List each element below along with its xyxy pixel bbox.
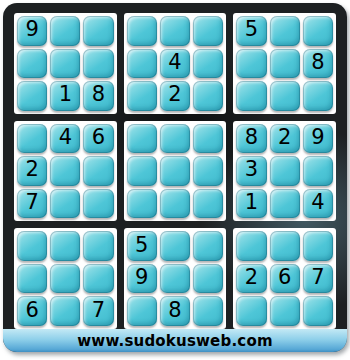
cell-r8c6[interactable] [193,264,223,294]
given-digit: 3 [245,159,258,180]
cell-r8c3[interactable] [83,264,113,294]
cell-r4c1[interactable] [17,124,47,154]
cell-r9c9[interactable] [303,296,333,326]
box-r1c3: 58 [233,13,336,114]
cell-r6c6[interactable] [193,189,223,219]
cell-r2c5[interactable]: 4 [160,49,190,79]
cell-r8c2[interactable] [50,264,80,294]
cell-r5c4[interactable] [127,156,157,186]
given-digit: 4 [311,192,324,213]
given-digit: 8 [92,84,105,105]
cell-r7c7[interactable] [236,231,266,261]
given-digit: 7 [92,300,105,321]
given-digit: 6 [25,300,38,321]
cell-r3c2[interactable]: 1 [50,81,80,111]
given-digit: 2 [25,159,38,180]
given-digit: 9 [135,267,148,288]
box-r1c2: 42 [124,13,227,114]
cell-r9c5[interactable]: 8 [160,296,190,326]
cell-r6c5[interactable] [160,189,190,219]
cell-r7c2[interactable] [50,231,80,261]
cell-r8c9[interactable]: 7 [303,264,333,294]
cell-r7c1[interactable] [17,231,47,261]
box-r3c2: 598 [124,228,227,329]
cell-r8c4[interactable]: 9 [127,264,157,294]
box-r2c1: 4627 [14,121,117,222]
cell-r8c7[interactable]: 2 [236,264,266,294]
cell-r3c7[interactable] [236,81,266,111]
cell-r1c8[interactable] [270,16,300,46]
cell-r3c8[interactable] [270,81,300,111]
box-r2c3: 829314 [233,121,336,222]
given-digit: 9 [311,127,324,148]
given-digit: 7 [311,267,324,288]
cell-r9c3[interactable]: 7 [83,296,113,326]
cell-r1c7[interactable]: 5 [236,16,266,46]
cell-r8c1[interactable] [17,264,47,294]
cell-r3c1[interactable] [17,81,47,111]
box-r1c1: 918 [14,13,117,114]
cell-r5c2[interactable] [50,156,80,186]
cell-r9c8[interactable] [270,296,300,326]
cell-r6c2[interactable] [50,189,80,219]
cell-r9c1[interactable]: 6 [17,296,47,326]
given-digit: 5 [135,235,148,256]
cell-r4c6[interactable] [193,124,223,154]
cell-r7c4[interactable]: 5 [127,231,157,261]
cell-r8c8[interactable]: 6 [270,264,300,294]
given-digit: 4 [59,127,72,148]
cell-r5c9[interactable] [303,156,333,186]
cell-r4c7[interactable]: 8 [236,124,266,154]
cell-r5c3[interactable] [83,156,113,186]
sudoku-grid: 918 42 58 4627 829314 67 598 267 [14,13,336,329]
cell-r1c1[interactable]: 9 [17,16,47,46]
cell-r4c4[interactable] [127,124,157,154]
box-r3c1: 67 [14,228,117,329]
cell-r5c7[interactable]: 3 [236,156,266,186]
cell-r2c8[interactable] [270,49,300,79]
given-digit: 2 [168,84,181,105]
cell-r1c6[interactable] [193,16,223,46]
cell-r6c8[interactable] [270,189,300,219]
cell-r5c8[interactable] [270,156,300,186]
given-digit: 9 [25,19,38,40]
cell-r8c5[interactable] [160,264,190,294]
given-digit: 8 [168,300,181,321]
cell-r5c6[interactable] [193,156,223,186]
given-digit: 2 [278,127,291,148]
footer-bar: www.sudokusweb.com [3,329,347,352]
cell-r7c5[interactable] [160,231,190,261]
cell-r1c9[interactable] [303,16,333,46]
cell-r4c8[interactable]: 2 [270,124,300,154]
cell-r1c2[interactable] [50,16,80,46]
cell-r4c9[interactable]: 9 [303,124,333,154]
given-digit: 7 [25,192,38,213]
cell-r3c3[interactable]: 8 [83,81,113,111]
cell-r1c5[interactable] [160,16,190,46]
cell-r6c3[interactable] [83,189,113,219]
cell-r6c4[interactable] [127,189,157,219]
cell-r3c5[interactable]: 2 [160,81,190,111]
given-digit: 4 [168,52,181,73]
box-r2c2 [124,121,227,222]
given-digit: 6 [278,267,291,288]
cell-r2c1[interactable] [17,49,47,79]
sudoku-page: 918 42 58 4627 829314 67 598 267 www.sud… [0,0,350,360]
box-r3c3: 267 [233,228,336,329]
cell-r2c9[interactable]: 8 [303,49,333,79]
website-link[interactable]: www.sudokusweb.com [77,332,272,350]
cell-r7c6[interactable] [193,231,223,261]
cell-r6c1[interactable]: 7 [17,189,47,219]
cell-r4c5[interactable] [160,124,190,154]
sudoku-widget: 918 42 58 4627 829314 67 598 267 www.sud… [3,3,347,352]
given-digit: 5 [245,19,258,40]
cell-r9c6[interactable] [193,296,223,326]
given-digit: 1 [245,192,258,213]
cell-r2c4[interactable] [127,49,157,79]
cell-r4c2[interactable]: 4 [50,124,80,154]
cell-r3c6[interactable] [193,81,223,111]
cell-r9c7[interactable] [236,296,266,326]
cell-r4c3[interactable]: 6 [83,124,113,154]
given-digit: 2 [245,267,258,288]
cell-r2c3[interactable] [83,49,113,79]
cell-r3c9[interactable] [303,81,333,111]
given-digit: 6 [92,127,105,148]
cell-r2c2[interactable] [50,49,80,79]
given-digit: 1 [59,84,72,105]
cell-r7c3[interactable] [83,231,113,261]
cell-r5c5[interactable] [160,156,190,186]
cell-r3c4[interactable] [127,81,157,111]
cell-r1c4[interactable] [127,16,157,46]
cell-r9c2[interactable] [50,296,80,326]
given-digit: 8 [245,127,258,148]
cell-r6c7[interactable]: 1 [236,189,266,219]
cell-r7c9[interactable] [303,231,333,261]
cell-r7c8[interactable] [270,231,300,261]
cell-r6c9[interactable]: 4 [303,189,333,219]
cell-r2c6[interactable] [193,49,223,79]
cell-r1c3[interactable] [83,16,113,46]
cell-r5c1[interactable]: 2 [17,156,47,186]
cell-r9c4[interactable] [127,296,157,326]
cell-r2c7[interactable] [236,49,266,79]
given-digit: 8 [311,52,324,73]
